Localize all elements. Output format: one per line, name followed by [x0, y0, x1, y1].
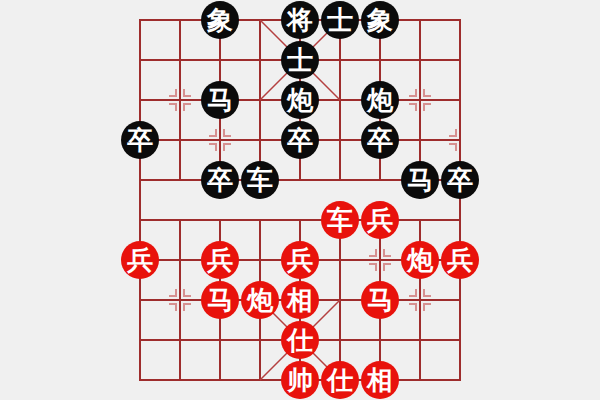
piece-red-general[interactable]: 帅: [281, 361, 319, 399]
piece-black-cannon[interactable]: 炮: [361, 81, 399, 119]
piece-red-cannon[interactable]: 炮: [241, 281, 279, 319]
piece-red-advisor[interactable]: 仕: [321, 361, 359, 399]
piece-red-chariot[interactable]: 车: [321, 201, 359, 239]
piece-black-soldier[interactable]: 卒: [281, 121, 319, 159]
piece-red-horse[interactable]: 马: [201, 281, 239, 319]
piece-red-cannon[interactable]: 炮: [401, 241, 439, 279]
piece-black-soldier[interactable]: 卒: [201, 161, 239, 199]
piece-red-soldier[interactable]: 兵: [441, 241, 479, 279]
piece-red-soldier[interactable]: 兵: [281, 241, 319, 279]
piece-red-soldier[interactable]: 兵: [121, 241, 159, 279]
piece-black-soldier[interactable]: 卒: [121, 121, 159, 159]
piece-black-cannon[interactable]: 炮: [281, 81, 319, 119]
piece-red-soldier[interactable]: 兵: [201, 241, 239, 279]
piece-black-horse[interactable]: 马: [401, 161, 439, 199]
piece-black-advisor[interactable]: 士: [321, 1, 359, 39]
piece-red-horse[interactable]: 马: [361, 281, 399, 319]
piece-red-soldier[interactable]: 兵: [361, 201, 399, 239]
piece-black-general[interactable]: 将: [281, 1, 319, 39]
pieces-grid: 象将士象士马炮炮卒卒卒卒车马卒车兵兵兵兵炮兵马炮相马仕帅仕相: [120, 0, 480, 400]
piece-black-elephant[interactable]: 象: [361, 1, 399, 39]
piece-black-elephant[interactable]: 象: [201, 1, 239, 39]
piece-red-elephant[interactable]: 相: [361, 361, 399, 399]
piece-black-soldier[interactable]: 卒: [361, 121, 399, 159]
piece-black-horse[interactable]: 马: [201, 81, 239, 119]
piece-black-chariot[interactable]: 车: [241, 161, 279, 199]
piece-red-elephant[interactable]: 相: [281, 281, 319, 319]
piece-red-advisor[interactable]: 仕: [281, 321, 319, 359]
xiangqi-board: 象将士象士马炮炮卒卒卒卒车马卒车兵兵兵兵炮兵马炮相马仕帅仕相: [0, 0, 600, 400]
piece-black-advisor[interactable]: 士: [281, 41, 319, 79]
piece-black-soldier[interactable]: 卒: [441, 161, 479, 199]
